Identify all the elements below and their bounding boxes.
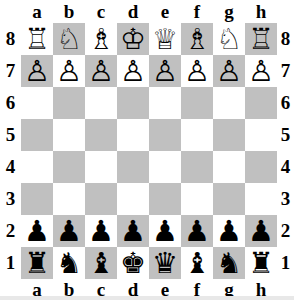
rank-label-left-8: 8 [0,23,21,55]
corner-top-right [277,0,294,23]
square-g3[interactable] [213,183,245,215]
file-label-top-g: g [213,0,245,23]
chess-board: abcdefgh8♖♘♗♔♕♗♘♖87♙♙♙♙♙♙♙♙7665544332♟♟♟… [0,0,294,300]
square-b7[interactable]: ♙ [53,55,85,87]
square-e8[interactable]: ♕ [149,23,181,55]
file-label-top-a: a [21,0,53,23]
white-pawn: ♙ [24,55,50,87]
white-rook: ♖ [248,23,274,55]
file-label-top-d: d [117,0,149,23]
rank-label-right-1: 1 [277,247,294,279]
square-h5[interactable] [245,119,277,151]
square-e5[interactable] [149,119,181,151]
square-e1[interactable]: ♛ [149,247,181,279]
corner-top-left [0,0,21,23]
white-pawn: ♙ [88,55,114,87]
square-f3[interactable] [181,183,213,215]
black-bishop: ♝ [184,247,210,279]
white-knight: ♘ [216,23,242,55]
file-label-top-b: b [53,0,85,23]
square-b2[interactable]: ♟ [53,215,85,247]
rank-label-left-2: 2 [0,215,21,247]
white-knight: ♘ [56,23,82,55]
square-c8[interactable]: ♗ [85,23,117,55]
white-bishop: ♗ [184,23,210,55]
square-e2[interactable]: ♟ [149,215,181,247]
square-h3[interactable] [245,183,277,215]
square-d6[interactable] [117,87,149,119]
black-pawn: ♟ [152,215,178,247]
square-e6[interactable] [149,87,181,119]
square-f8[interactable]: ♗ [181,23,213,55]
file-label-top-h: h [245,0,277,23]
black-pawn: ♟ [24,215,50,247]
square-c4[interactable] [85,151,117,183]
square-h4[interactable] [245,151,277,183]
black-knight: ♞ [216,247,242,279]
square-d7[interactable]: ♙ [117,55,149,87]
square-c5[interactable] [85,119,117,151]
rank-label-left-7: 7 [0,55,21,87]
rank-label-left-4: 4 [0,151,21,183]
rank-label-right-3: 3 [277,183,294,215]
square-a5[interactable] [21,119,53,151]
black-pawn: ♟ [120,215,146,247]
square-h2[interactable]: ♟ [245,215,277,247]
rank-label-right-2: 2 [277,215,294,247]
square-g5[interactable] [213,119,245,151]
white-queen: ♕ [152,23,178,55]
white-bishop: ♗ [88,23,114,55]
black-pawn: ♟ [184,215,210,247]
square-a1[interactable]: ♜ [21,247,53,279]
square-f6[interactable] [181,87,213,119]
square-c7[interactable]: ♙ [85,55,117,87]
square-g2[interactable]: ♟ [213,215,245,247]
square-g4[interactable] [213,151,245,183]
square-d2[interactable]: ♟ [117,215,149,247]
rank-label-right-8: 8 [277,23,294,55]
square-b4[interactable] [53,151,85,183]
black-king: ♚ [120,247,146,279]
square-a3[interactable] [21,183,53,215]
square-f1[interactable]: ♝ [181,247,213,279]
square-b5[interactable] [53,119,85,151]
square-a8[interactable]: ♖ [21,23,53,55]
square-f2[interactable]: ♟ [181,215,213,247]
square-c6[interactable] [85,87,117,119]
square-h6[interactable] [245,87,277,119]
square-e3[interactable] [149,183,181,215]
square-f7[interactable]: ♙ [181,55,213,87]
square-g7[interactable]: ♙ [213,55,245,87]
white-pawn: ♙ [184,55,210,87]
square-a2[interactable]: ♟ [21,215,53,247]
white-pawn: ♙ [216,55,242,87]
black-rook: ♜ [24,247,50,279]
rank-label-right-4: 4 [277,151,294,183]
black-pawn: ♟ [216,215,242,247]
white-pawn: ♙ [120,55,146,87]
white-king: ♔ [120,23,146,55]
rank-label-left-1: 1 [0,247,21,279]
white-rook: ♖ [24,23,50,55]
square-h7[interactable]: ♙ [245,55,277,87]
black-queen: ♛ [152,247,178,279]
white-pawn: ♙ [56,55,82,87]
white-pawn: ♙ [248,55,274,87]
square-c2[interactable]: ♟ [85,215,117,247]
square-b8[interactable]: ♘ [53,23,85,55]
square-d4[interactable] [117,151,149,183]
square-f5[interactable] [181,119,213,151]
square-f4[interactable] [181,151,213,183]
rank-label-left-5: 5 [0,119,21,151]
square-d8[interactable]: ♔ [117,23,149,55]
white-pawn: ♙ [152,55,178,87]
rank-label-right-7: 7 [277,55,294,87]
black-pawn: ♟ [56,215,82,247]
rank-label-right-5: 5 [277,119,294,151]
black-bishop: ♝ [88,247,114,279]
square-a7[interactable]: ♙ [21,55,53,87]
square-h1[interactable]: ♜ [245,247,277,279]
chess-diagram: abcdefgh8♖♘♗♔♕♗♘♖87♙♙♙♙♙♙♙♙7665544332♟♟♟… [0,0,294,300]
black-pawn: ♟ [88,215,114,247]
square-d1[interactable]: ♚ [117,247,149,279]
square-e7[interactable]: ♙ [149,55,181,87]
square-d3[interactable] [117,183,149,215]
square-c1[interactable]: ♝ [85,247,117,279]
square-c3[interactable] [85,183,117,215]
square-h8[interactable]: ♖ [245,23,277,55]
black-knight: ♞ [56,247,82,279]
file-label-top-e: e [149,0,181,23]
square-g6[interactable] [213,87,245,119]
file-label-top-c: c [85,0,117,23]
square-e4[interactable] [149,151,181,183]
square-b6[interactable] [53,87,85,119]
black-rook: ♜ [248,247,274,279]
file-label-top-f: f [181,0,213,23]
square-g8[interactable]: ♘ [213,23,245,55]
square-a6[interactable] [21,87,53,119]
rank-label-right-6: 6 [277,87,294,119]
square-g1[interactable]: ♞ [213,247,245,279]
square-b1[interactable]: ♞ [53,247,85,279]
black-pawn: ♟ [248,215,274,247]
square-a4[interactable] [21,151,53,183]
bottom-edge-strip [0,296,294,300]
square-d5[interactable] [117,119,149,151]
square-b3[interactable] [53,183,85,215]
rank-label-left-3: 3 [0,183,21,215]
rank-label-left-6: 6 [0,87,21,119]
